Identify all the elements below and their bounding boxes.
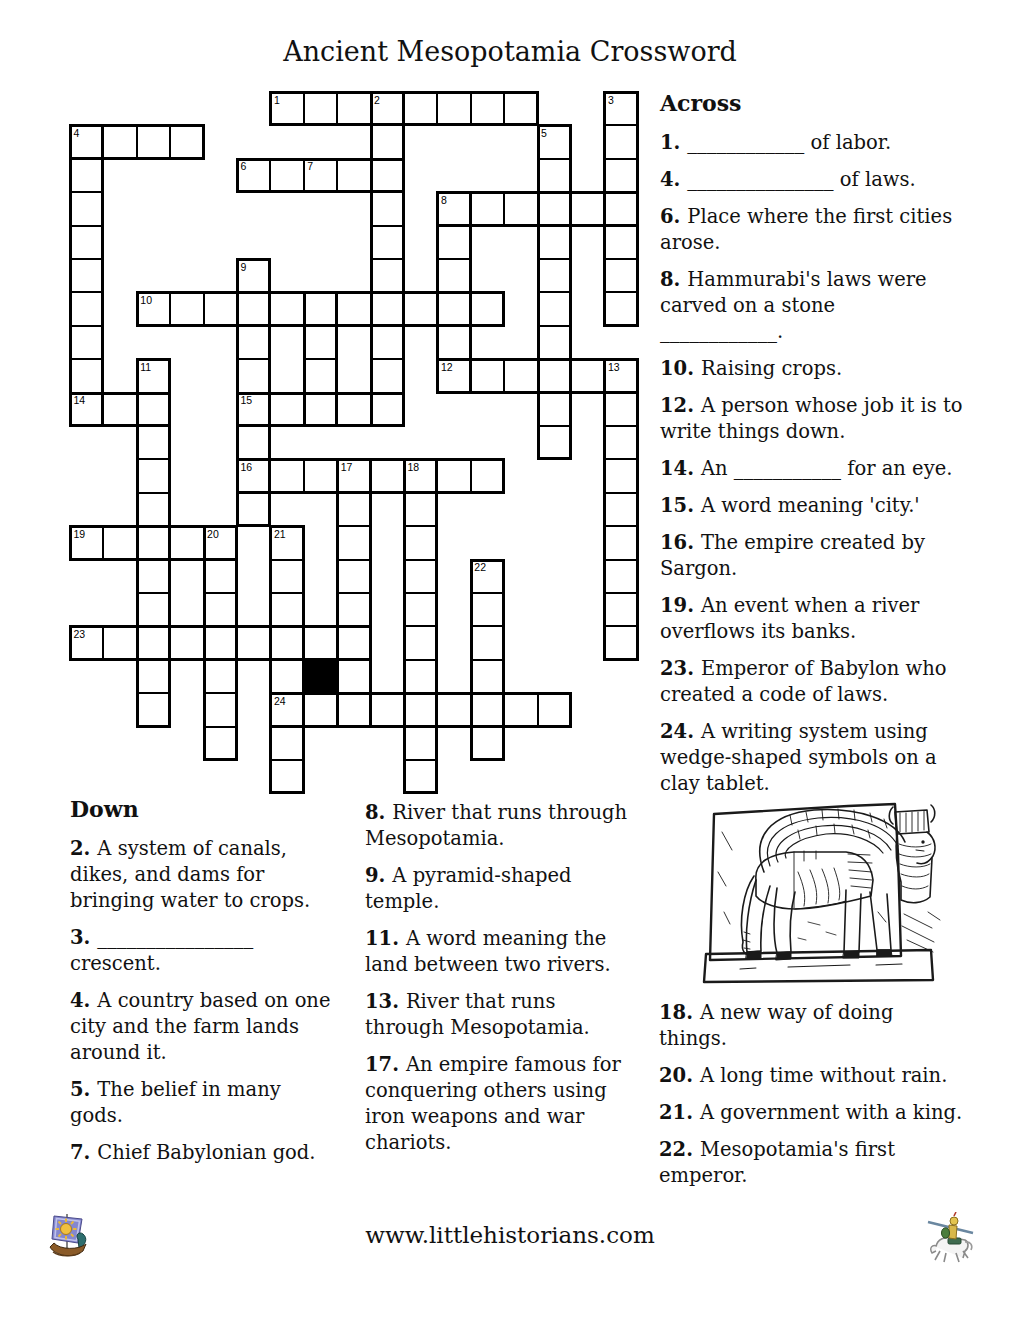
across-clue-4: 4._______________ of laws.	[660, 167, 1012, 193]
grid-cell-r5c0[interactable]	[70, 259, 103, 292]
winged-bull-icon	[698, 792, 946, 994]
grid-cell-r0c12[interactable]	[471, 92, 504, 125]
grid-cell-r13c16[interactable]	[604, 526, 637, 559]
page-title: Ancient Mesopotamia Crossword	[0, 36, 1020, 67]
grid-cell-r0c7[interactable]	[304, 92, 337, 125]
grid-cell-r16c6[interactable]	[270, 626, 303, 659]
grid-cell-r4c16[interactable]	[604, 226, 637, 259]
grid-cell-r18c4[interactable]	[204, 693, 237, 726]
grid-cell-r17c2[interactable]	[137, 660, 170, 693]
grid-cell-r18c10[interactable]	[404, 693, 437, 726]
grid-cell-r4c0[interactable]	[70, 226, 103, 259]
grid-cell-r13c10[interactable]	[404, 526, 437, 559]
grid-cell-r7c7[interactable]	[304, 326, 337, 359]
grid-cell-r12c2[interactable]	[137, 493, 170, 526]
across-clue-6: 6.Place where the first cities arose.	[660, 204, 1012, 256]
grid-cell-r6c12[interactable]	[471, 292, 504, 325]
grid-cell-r13c2[interactable]	[137, 526, 170, 559]
grid-cell-r3c0[interactable]	[70, 192, 103, 225]
grid-cell-r7c5[interactable]	[237, 326, 270, 359]
cell-number-4: 4	[74, 128, 80, 139]
grid-cell-r0c11[interactable]	[437, 92, 470, 125]
grid-cell-r2c14[interactable]	[538, 159, 571, 192]
grid-cell-r4c9[interactable]	[371, 226, 404, 259]
grid-cell-r3c12[interactable]	[471, 192, 504, 225]
across-clue-8: 8.Hammurabi's laws were carved on a ston…	[660, 267, 1012, 345]
grid-cell-r18c13[interactable]	[504, 693, 537, 726]
grid-cell-r8c14[interactable]	[538, 359, 571, 392]
grid-cell-r10c14[interactable]	[538, 426, 571, 459]
grid-cell-r15c10[interactable]	[404, 593, 437, 626]
down-clue-2: 2.A system of canals, dikes, and dams fo…	[70, 836, 362, 914]
cell-number-15: 15	[241, 395, 253, 406]
grid-cell-r12c10[interactable]	[404, 493, 437, 526]
grid-cell-r11c12[interactable]	[471, 459, 504, 492]
grid-cell-r5c9[interactable]	[371, 259, 404, 292]
grid-cell-r19c10[interactable]	[404, 727, 437, 760]
cell-number-14: 14	[74, 395, 86, 406]
grid-cell-r9c2[interactable]	[137, 393, 170, 426]
down-clue-22: 22.Mesopotamia's first emperor.	[659, 1137, 1015, 1189]
grid-cell-r14c16[interactable]	[604, 560, 637, 593]
cell-number-2: 2	[374, 95, 380, 106]
grid-cell-r8c9[interactable]	[371, 359, 404, 392]
grid-cell-r7c14[interactable]	[538, 326, 571, 359]
grid-cell-r6c11[interactable]	[437, 292, 470, 325]
grid-cell-r6c9[interactable]	[371, 292, 404, 325]
black-cell	[304, 660, 337, 693]
cell-number-21: 21	[274, 529, 286, 540]
grid-cell-r5c16[interactable]	[604, 259, 637, 292]
grid-cell-r7c11[interactable]	[437, 326, 470, 359]
grid-cell-r16c3[interactable]	[170, 626, 203, 659]
across-clue-14: 14.An ___________ for an eye.	[660, 456, 1012, 482]
grid-cell-r17c12[interactable]	[471, 660, 504, 693]
grid-cell-r20c6[interactable]	[270, 760, 303, 793]
grid-cell-r3c9[interactable]	[371, 192, 404, 225]
grid-cell-r16c10[interactable]	[404, 626, 437, 659]
grid-cell-r9c16[interactable]	[604, 393, 637, 426]
across-clue-16: 16.The empire created by Sargon.	[660, 530, 1012, 582]
cell-number-23: 23	[74, 629, 86, 640]
grid-cell-r6c8[interactable]	[337, 292, 370, 325]
down-clue-7: 7.Chief Babylonian god.	[70, 1140, 362, 1166]
grid-cell-r11c16[interactable]	[604, 459, 637, 492]
down-clue-13: 13.River that runs through Mesopotamia.	[365, 989, 657, 1041]
grid-cell-r7c0[interactable]	[70, 326, 103, 359]
grid-cell-r8c7[interactable]	[304, 359, 337, 392]
cell-number-19: 19	[74, 529, 86, 540]
grid-cell-r9c7[interactable]	[304, 393, 337, 426]
grid-cell-r8c15[interactable]	[571, 359, 604, 392]
grid-cell-r6c4[interactable]	[204, 292, 237, 325]
grid-cell-r14c10[interactable]	[404, 560, 437, 593]
cell-number-8: 8	[441, 195, 447, 206]
grid-cell-r15c12[interactable]	[471, 593, 504, 626]
cell-number-6: 6	[241, 161, 247, 172]
cell-number-17: 17	[341, 462, 353, 473]
grid-cell-r17c8[interactable]	[337, 660, 370, 693]
grid-cell-r11c6[interactable]	[270, 459, 303, 492]
grid-cell-r19c12[interactable]	[471, 727, 504, 760]
cell-number-5: 5	[541, 128, 547, 139]
grid-cell-r14c2[interactable]	[137, 560, 170, 593]
grid-cell-r19c4[interactable]	[204, 727, 237, 760]
grid-cell-r17c4[interactable]	[204, 660, 237, 693]
grid-cell-r2c9[interactable]	[371, 159, 404, 192]
grid-cell-r6c14[interactable]	[538, 292, 571, 325]
cell-number-16: 16	[241, 462, 253, 473]
grid-cell-r18c7[interactable]	[304, 693, 337, 726]
grid-cell-r18c9[interactable]	[371, 693, 404, 726]
down-clue-21: 21.A government with a king.	[659, 1100, 1015, 1126]
across-clue-19: 19.An event when a river overflows its b…	[660, 593, 1012, 645]
grid-cell-r1c2[interactable]	[137, 125, 170, 158]
grid-cell-r10c2[interactable]	[137, 426, 170, 459]
grid-cell-r0c8[interactable]	[337, 92, 370, 125]
grid-cell-r8c0[interactable]	[70, 359, 103, 392]
grid-cell-r9c1[interactable]	[103, 393, 136, 426]
down-clue-18: 18.A new way of doing things.	[659, 1000, 1015, 1052]
grid-cell-r18c12[interactable]	[471, 693, 504, 726]
across-clue-24: 24.A writing system using wedge-shaped s…	[660, 719, 1012, 797]
grid-cell-r16c12[interactable]	[471, 626, 504, 659]
down-clue-8: 8.River that runs through Mesopotamia.	[365, 800, 657, 852]
grid-cell-r15c4[interactable]	[204, 593, 237, 626]
grid-cell-r6c5[interactable]	[237, 292, 270, 325]
knight-logo-icon	[926, 1212, 976, 1270]
grid-cell-r1c16[interactable]	[604, 125, 637, 158]
cell-number-18: 18	[408, 462, 420, 473]
grid-cell-r5c11[interactable]	[437, 259, 470, 292]
grid-cell-r18c11[interactable]	[437, 693, 470, 726]
cell-number-11: 11	[140, 362, 151, 373]
grid-cell-r8c12[interactable]	[471, 359, 504, 392]
grid-cell-r3c13[interactable]	[504, 192, 537, 225]
grid-cell-r8c5[interactable]	[237, 359, 270, 392]
grid-cell-r6c6[interactable]	[270, 292, 303, 325]
grid-cell-r1c3[interactable]	[170, 125, 203, 158]
grid-cell-r2c0[interactable]	[70, 159, 103, 192]
grid-cell-r16c8[interactable]	[337, 626, 370, 659]
grid-cell-r12c5[interactable]	[237, 493, 270, 526]
down-heading: Down	[70, 796, 362, 822]
grid-cell-r2c8[interactable]	[337, 159, 370, 192]
grid-cell-r3c16[interactable]	[604, 192, 637, 225]
grid-cell-r9c9[interactable]	[371, 393, 404, 426]
grid-cell-r4c11[interactable]	[437, 226, 470, 259]
grid-cell-r6c0[interactable]	[70, 292, 103, 325]
cell-number-3: 3	[608, 95, 614, 106]
down-clue-17: 17.An empire famous for conquering other…	[365, 1052, 657, 1156]
grid-cell-r19c6[interactable]	[270, 727, 303, 760]
across-clue-10: 10.Raising crops.	[660, 356, 1012, 382]
grid-cell-r13c3[interactable]	[170, 526, 203, 559]
cell-number-1: 1	[274, 95, 280, 106]
down-clue-3: 3.________________ crescent.	[70, 925, 362, 977]
grid-cell-r0c13[interactable]	[504, 92, 537, 125]
grid-cell-r9c6[interactable]	[270, 393, 303, 426]
grid-cell-r15c2[interactable]	[137, 593, 170, 626]
grid-cell-r10c5[interactable]	[237, 426, 270, 459]
down-clue-9: 9.A pyramid-shaped temple.	[365, 863, 657, 915]
grid-cell-r16c2[interactable]	[137, 626, 170, 659]
cell-number-12: 12	[441, 362, 453, 373]
down-clues-column-2: 8.River that runs through Mesopotamia. 9…	[365, 800, 657, 1167]
grid-cell-r16c1[interactable]	[103, 626, 136, 659]
grid-cell-r0c10[interactable]	[404, 92, 437, 125]
down-clues-column-1: Down 2.A system of canals, dikes, and da…	[70, 796, 362, 1177]
grid-cell-r3c15[interactable]	[571, 192, 604, 225]
grid-cell-r16c5[interactable]	[237, 626, 270, 659]
grid-cell-r1c9[interactable]	[371, 125, 404, 158]
grid-cell-r13c1[interactable]	[103, 526, 136, 559]
grid-cell-r2c6[interactable]	[270, 159, 303, 192]
grid-cell-r18c14[interactable]	[538, 693, 571, 726]
grid-cell-r16c7[interactable]	[304, 626, 337, 659]
cell-number-10: 10	[140, 295, 152, 306]
grid-cell-r13c8[interactable]	[337, 526, 370, 559]
grid-cell-r6c10[interactable]	[404, 292, 437, 325]
grid-cell-r11c11[interactable]	[437, 459, 470, 492]
grid-cell-r10c16[interactable]	[604, 426, 637, 459]
grid-cell-r4c14[interactable]	[538, 226, 571, 259]
grid-cell-r17c6[interactable]	[270, 660, 303, 693]
grid-cell-r3c14[interactable]	[538, 192, 571, 225]
cell-number-20: 20	[207, 529, 219, 540]
grid-cell-r15c6[interactable]	[270, 593, 303, 626]
grid-cell-r6c7[interactable]	[304, 292, 337, 325]
down-clue-5: 5.The belief in many gods.	[70, 1077, 362, 1129]
grid-cell-r6c16[interactable]	[604, 292, 637, 325]
grid-cell-r11c7[interactable]	[304, 459, 337, 492]
grid-cell-r14c6[interactable]	[270, 560, 303, 593]
down-clue-11: 11.A word meaning the land between two r…	[365, 926, 657, 978]
grid-cell-r20c10[interactable]	[404, 760, 437, 793]
cell-number-7: 7	[307, 161, 313, 172]
across-clue-23: 23.Emperor of Babylon who created a code…	[660, 656, 1012, 708]
grid-cell-r7c9[interactable]	[371, 326, 404, 359]
grid-cell-r18c8[interactable]	[337, 693, 370, 726]
grid-cell-r15c16[interactable]	[604, 593, 637, 626]
grid-cell-r12c8[interactable]	[337, 493, 370, 526]
worksheet-page: Ancient Mesopotamia Crossword 1234567891…	[0, 0, 1020, 1320]
cell-number-13: 13	[608, 362, 620, 373]
cell-number-24: 24	[274, 696, 286, 707]
down-clue-4: 4.A country based on one city and the fa…	[70, 988, 362, 1066]
across-clue-15: 15.A word meaning 'city.'	[660, 493, 1012, 519]
grid-cell-r14c8[interactable]	[337, 560, 370, 593]
grid-cell-r12c16[interactable]	[604, 493, 637, 526]
grid-cell-r1c1[interactable]	[103, 125, 136, 158]
across-clues-column: Across 1.____________ of labor. 4.______…	[660, 90, 1012, 808]
website-url: www.littlehistorians.com	[0, 1222, 1020, 1248]
grid-cell-r15c8[interactable]	[337, 593, 370, 626]
lamassu-illustration	[698, 792, 946, 994]
across-clue-1: 1.____________ of labor.	[660, 130, 1012, 156]
grid-cell-r9c14[interactable]	[538, 393, 571, 426]
grid-cell-r6c3[interactable]	[170, 292, 203, 325]
grid-cell-r18c2[interactable]	[137, 693, 170, 726]
grid-cell-r14c4[interactable]	[204, 560, 237, 593]
grid-cell-r17c10[interactable]	[404, 660, 437, 693]
crossword-grid: 123456789101112131415161718192021222324	[70, 92, 639, 795]
grid-cell-r8c13[interactable]	[504, 359, 537, 392]
cell-number-22: 22	[474, 562, 486, 573]
grid-cell-r2c16[interactable]	[604, 159, 637, 192]
down-clues-column-3: 18.A new way of doing things. 20.A long …	[659, 1000, 1015, 1200]
grid-cell-r16c4[interactable]	[204, 626, 237, 659]
grid-cell-r9c8[interactable]	[337, 393, 370, 426]
cell-number-9: 9	[241, 262, 247, 273]
across-clue-12: 12.A person whose job it is to write thi…	[660, 393, 1012, 445]
grid-cell-r11c9[interactable]	[371, 459, 404, 492]
across-heading: Across	[660, 90, 1012, 116]
grid-cell-r5c14[interactable]	[538, 259, 571, 292]
down-clue-20: 20.A long time without rain.	[659, 1063, 1015, 1089]
grid-cell-r16c16[interactable]	[604, 626, 637, 659]
grid-cell-r11c2[interactable]	[137, 459, 170, 492]
